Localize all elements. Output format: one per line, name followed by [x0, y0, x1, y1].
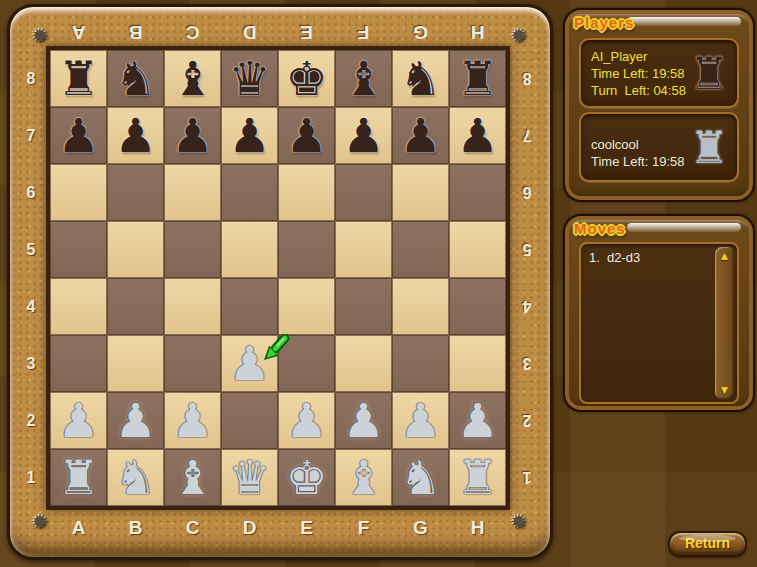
file-label: B	[107, 517, 164, 537]
moves-panel-title: Moves	[574, 220, 626, 237]
rank-label: 2	[512, 392, 542, 449]
square-a7[interactable]: ♟	[50, 107, 107, 164]
square-c3[interactable]	[164, 335, 221, 392]
file-label: B	[107, 23, 164, 43]
rank-label: 3	[512, 335, 542, 392]
corner-star-icon: ✹	[31, 24, 49, 48]
square-f2[interactable]: ♟	[335, 392, 392, 449]
square-a8[interactable]: ♜	[50, 50, 107, 107]
file-label: G	[392, 23, 449, 43]
player-name: AI_Player	[591, 49, 647, 64]
player-time-left: Time Left: 19:58	[591, 154, 684, 169]
white-knight-piece[interactable]: ♞	[399, 454, 441, 501]
white-pawn-piece[interactable]: ♟	[456, 397, 498, 444]
scroll-up-icon[interactable]: ▲	[715, 249, 734, 263]
square-c1[interactable]: ♝	[164, 449, 221, 506]
square-h7[interactable]: ♟	[449, 107, 506, 164]
square-a5[interactable]	[50, 221, 107, 278]
file-label: D	[221, 517, 278, 537]
square-a2[interactable]: ♟	[50, 392, 107, 449]
black-pawn-piece[interactable]: ♟	[399, 112, 441, 159]
file-label: F	[335, 23, 392, 43]
square-e1[interactable]: ♚	[278, 449, 335, 506]
square-b5[interactable]	[107, 221, 164, 278]
black-bishop-piece[interactable]: ♝	[342, 55, 384, 102]
square-g7[interactable]: ♟	[392, 107, 449, 164]
file-label: A	[50, 23, 107, 43]
square-a6[interactable]	[50, 164, 107, 221]
black-rook-piece[interactable]: ♜	[456, 55, 498, 102]
white-rook-icon: ♜	[689, 125, 729, 170]
file-labels-bottom: ABCDEFGH	[50, 517, 506, 537]
black-pawn-piece[interactable]: ♟	[228, 112, 270, 159]
square-e6[interactable]	[278, 164, 335, 221]
square-d5[interactable]	[221, 221, 278, 278]
square-b6[interactable]	[107, 164, 164, 221]
rank-label: 1	[18, 449, 44, 506]
square-h6[interactable]	[449, 164, 506, 221]
square-a1[interactable]: ♜	[50, 449, 107, 506]
corner-star-icon: ✹	[510, 510, 528, 534]
white-pawn-piece[interactable]: ♟	[57, 397, 99, 444]
square-a3[interactable]	[50, 335, 107, 392]
rank-label: 1	[512, 449, 542, 506]
green-move-arrow-icon	[263, 334, 290, 361]
square-b1[interactable]: ♞	[107, 449, 164, 506]
black-pawn-piece[interactable]: ♟	[456, 112, 498, 159]
file-label: G	[392, 517, 449, 537]
square-e7[interactable]: ♟	[278, 107, 335, 164]
player-name: coolcool	[591, 137, 639, 152]
square-g1[interactable]: ♞	[392, 449, 449, 506]
white-pawn-piece[interactable]: ♟	[171, 397, 213, 444]
player-card-human: coolcool Time Left: 19:58 ♜	[579, 112, 739, 182]
file-label: F	[335, 517, 392, 537]
square-g2[interactable]: ♟	[392, 392, 449, 449]
square-d4[interactable]	[221, 278, 278, 335]
square-h2[interactable]: ♟	[449, 392, 506, 449]
white-pawn-piece[interactable]: ♟	[114, 397, 156, 444]
player-info: AI_Player Time Left: 19:58 Turn Left: 04…	[591, 48, 686, 99]
square-g3[interactable]	[392, 335, 449, 392]
black-rook-piece[interactable]: ♜	[57, 55, 99, 102]
moves-panel: Moves 1. d2-d3 ▲ ▼	[563, 214, 755, 412]
corner-star-icon: ✹	[510, 24, 528, 48]
file-label: E	[278, 23, 335, 43]
scroll-down-icon[interactable]: ▼	[715, 383, 734, 397]
square-e8[interactable]: ♚	[278, 50, 335, 107]
square-f4[interactable]	[335, 278, 392, 335]
black-knight-piece[interactable]: ♞	[114, 55, 156, 102]
white-bishop-piece[interactable]: ♝	[342, 454, 384, 501]
square-d7[interactable]: ♟	[221, 107, 278, 164]
white-knight-piece[interactable]: ♞	[114, 454, 156, 501]
square-b4[interactable]	[107, 278, 164, 335]
rank-label: 3	[18, 335, 44, 392]
square-e5[interactable]	[278, 221, 335, 278]
square-h5[interactable]	[449, 221, 506, 278]
black-pawn-piece[interactable]: ♟	[114, 112, 156, 159]
square-a4[interactable]	[50, 278, 107, 335]
square-f3[interactable]	[335, 335, 392, 392]
square-f8[interactable]: ♝	[335, 50, 392, 107]
rank-label: 8	[18, 50, 44, 107]
black-pawn-piece[interactable]: ♟	[285, 112, 327, 159]
rank-labels-left: 87654321	[18, 50, 44, 506]
player-info: coolcool Time Left: 19:58	[591, 136, 684, 170]
square-g8[interactable]: ♞	[392, 50, 449, 107]
rank-label: 6	[18, 164, 44, 221]
square-g5[interactable]	[392, 221, 449, 278]
rank-label: 4	[512, 278, 542, 335]
rank-label: 7	[18, 107, 44, 164]
square-f6[interactable]	[335, 164, 392, 221]
file-label: D	[221, 23, 278, 43]
square-b3[interactable]	[107, 335, 164, 392]
corner-star-icon: ✹	[31, 510, 49, 534]
square-f1[interactable]: ♝	[335, 449, 392, 506]
square-c8[interactable]: ♝	[164, 50, 221, 107]
rank-labels-right: 87654321	[512, 50, 542, 506]
player-time-left: Time Left: 19:58	[591, 66, 684, 81]
square-f5[interactable]	[335, 221, 392, 278]
square-h1[interactable]: ♜	[449, 449, 506, 506]
square-h4[interactable]	[449, 278, 506, 335]
file-label: H	[449, 23, 506, 43]
rank-label: 5	[512, 221, 542, 278]
chess-board[interactable]: ♜♞♝♛♚♝♞♜♟♟♟♟♟♟♟♟♟♟♟♟♟♟♟♟♜♞♝♛♚♝♞♜	[46, 46, 510, 510]
player-card-ai: AI_Player Time Left: 19:58 Turn Left: 04…	[579, 38, 739, 108]
black-knight-piece[interactable]: ♞	[399, 55, 441, 102]
square-b2[interactable]: ♟	[107, 392, 164, 449]
black-bishop-piece[interactable]: ♝	[171, 55, 213, 102]
white-rook-piece[interactable]: ♜	[57, 454, 99, 501]
file-label: C	[164, 517, 221, 537]
white-king-piece[interactable]: ♚	[285, 454, 327, 501]
square-d1[interactable]: ♛	[221, 449, 278, 506]
black-rook-icon: ♜	[689, 51, 729, 96]
return-button[interactable]: Return	[668, 531, 747, 557]
square-d2[interactable]	[221, 392, 278, 449]
white-pawn-piece[interactable]: ♟	[399, 397, 441, 444]
rank-label: 2	[18, 392, 44, 449]
file-label: E	[278, 517, 335, 537]
moves-list: 1. d2-d3	[589, 249, 709, 397]
rank-label: 5	[18, 221, 44, 278]
file-label: H	[449, 517, 506, 537]
square-c6[interactable]	[164, 164, 221, 221]
rank-label: 7	[512, 107, 542, 164]
square-c2[interactable]: ♟	[164, 392, 221, 449]
square-c7[interactable]: ♟	[164, 107, 221, 164]
rank-label: 4	[18, 278, 44, 335]
square-d6[interactable]	[221, 164, 278, 221]
black-pawn-piece[interactable]: ♟	[342, 112, 384, 159]
square-c5[interactable]	[164, 221, 221, 278]
moves-scrollbar[interactable]: ▲ ▼	[715, 247, 734, 399]
square-g4[interactable]	[392, 278, 449, 335]
players-panel: Players AI_Player Time Left: 19:58 Turn …	[563, 8, 755, 202]
file-label: C	[164, 23, 221, 43]
white-pawn-piece[interactable]: ♟	[342, 397, 384, 444]
square-g6[interactable]	[392, 164, 449, 221]
white-pawn-piece[interactable]: ♟	[285, 397, 327, 444]
square-e4[interactable]	[278, 278, 335, 335]
square-b8[interactable]: ♞	[107, 50, 164, 107]
white-queen-piece[interactable]: ♛	[228, 454, 270, 501]
black-king-piece[interactable]: ♚	[285, 55, 327, 102]
black-queen-piece[interactable]: ♛	[228, 55, 270, 102]
square-h8[interactable]: ♜	[449, 50, 506, 107]
square-e2[interactable]: ♟	[278, 392, 335, 449]
move-entry: 1. d2-d3	[589, 249, 709, 266]
white-rook-piece[interactable]: ♜	[456, 454, 498, 501]
square-f7[interactable]: ♟	[335, 107, 392, 164]
rank-label: 8	[512, 50, 542, 107]
moves-box: 1. d2-d3 ▲ ▼	[579, 242, 739, 404]
black-pawn-piece[interactable]: ♟	[171, 112, 213, 159]
square-d8[interactable]: ♛	[221, 50, 278, 107]
square-c4[interactable]	[164, 278, 221, 335]
white-bishop-piece[interactable]: ♝	[171, 454, 213, 501]
player-turn-left: Turn Left: 04:58	[591, 83, 686, 98]
file-labels-top: ABCDEFGH	[50, 23, 506, 43]
board-window: ✹ ✹ ✹ ✹ ABCDEFGH ABCDEFGH 87654321 87654…	[7, 4, 553, 560]
square-b7[interactable]: ♟	[107, 107, 164, 164]
file-label: A	[50, 517, 107, 537]
players-panel-title: Players	[574, 14, 634, 31]
black-pawn-piece[interactable]: ♟	[57, 112, 99, 159]
square-h3[interactable]	[449, 335, 506, 392]
rank-label: 6	[512, 164, 542, 221]
